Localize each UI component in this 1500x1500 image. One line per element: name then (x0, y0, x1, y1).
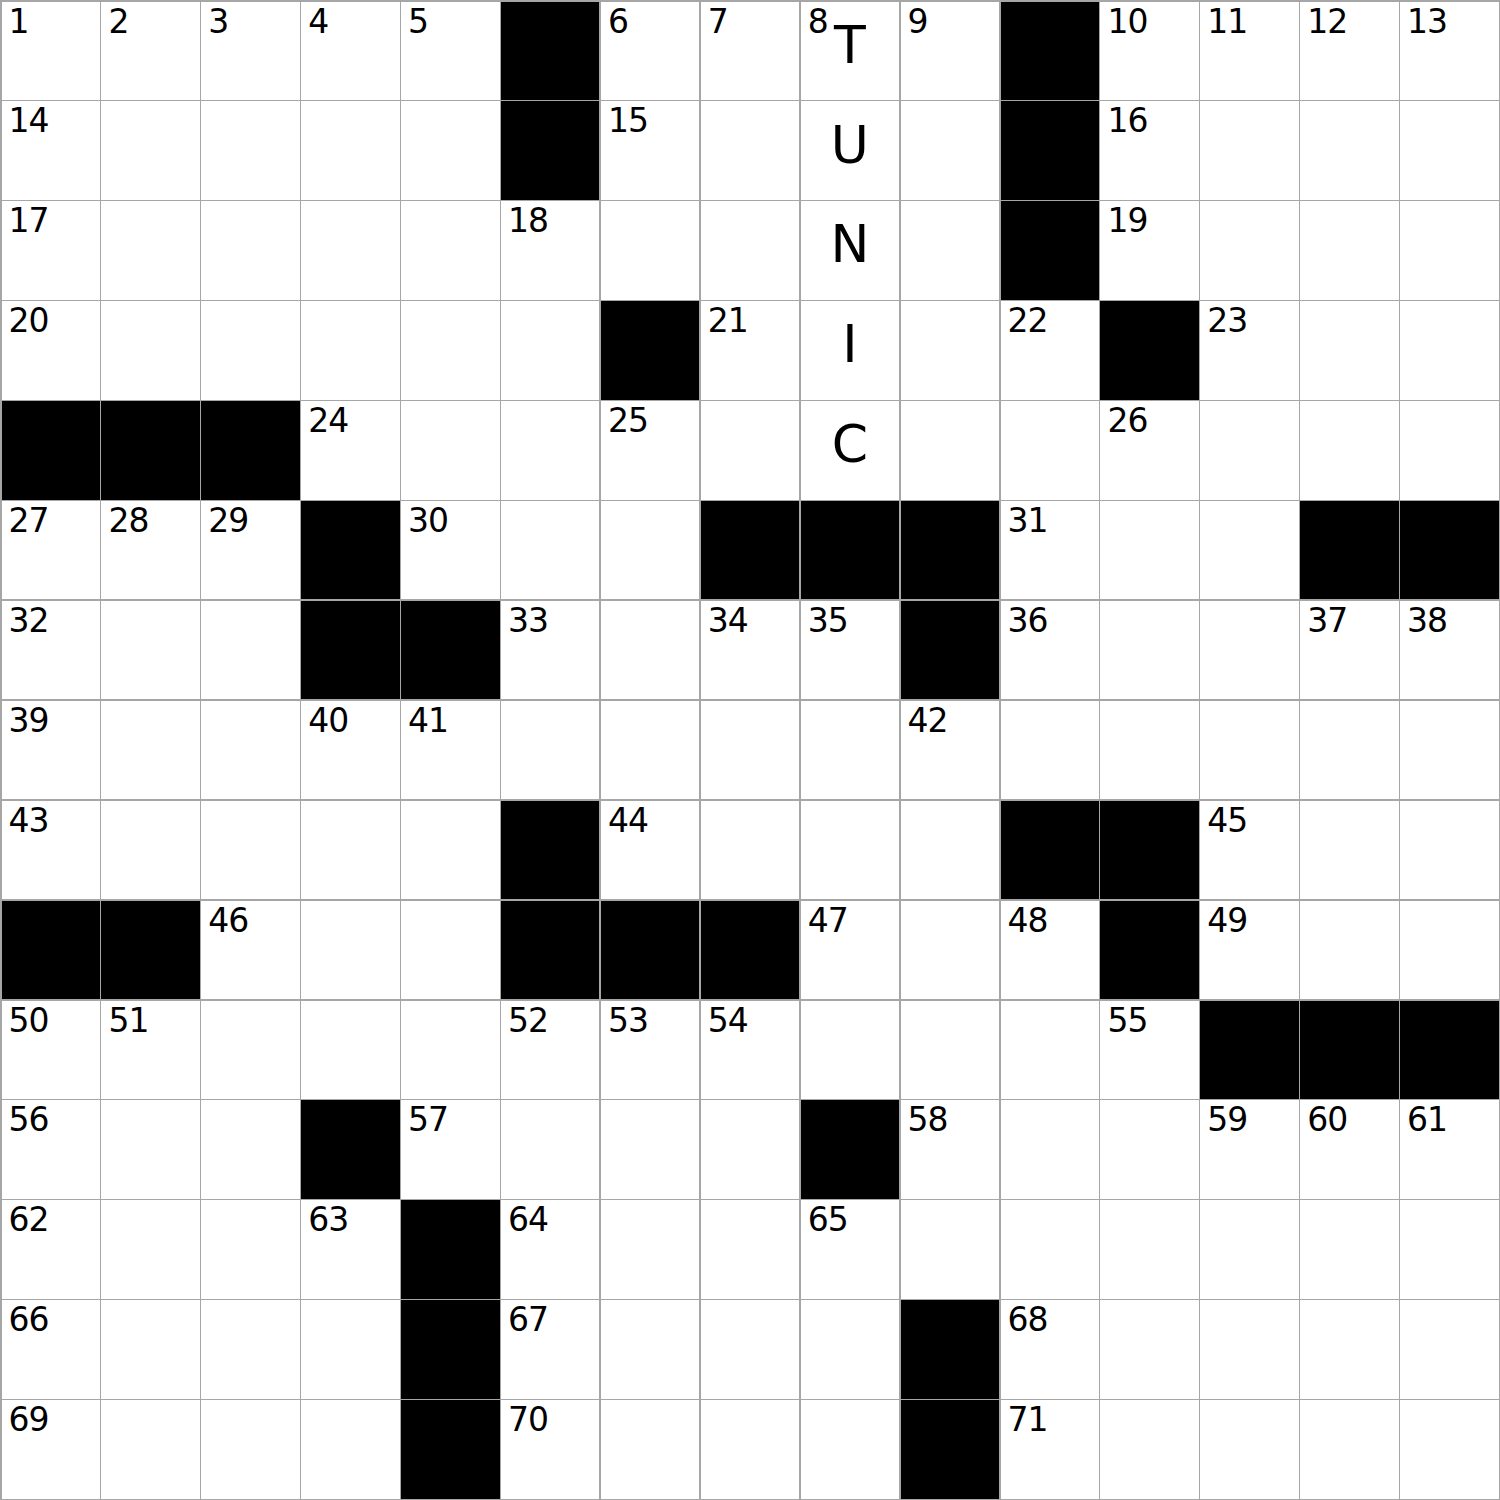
white-cell[interactable]: 36 (1001, 601, 1099, 699)
white-cell[interactable]: 41 (401, 701, 499, 799)
white-cell[interactable] (601, 201, 699, 299)
black-cell (501, 801, 599, 899)
white-cell[interactable] (1200, 401, 1298, 499)
white-cell[interactable] (401, 1001, 499, 1099)
white-cell[interactable]: 26 (1100, 401, 1198, 499)
clue-number: 37 (1307, 604, 1347, 637)
clue-number: 16 (1107, 104, 1147, 137)
clue-number: 62 (9, 1203, 49, 1236)
white-cell[interactable]: 12 (1300, 2, 1398, 100)
white-cell[interactable] (401, 101, 499, 199)
clue-number: 36 (1008, 604, 1048, 637)
clue-number: 52 (508, 1004, 548, 1037)
white-cell[interactable]: 70 (501, 1400, 599, 1498)
white-cell[interactable]: 63 (301, 1200, 399, 1298)
clue-number: 67 (508, 1303, 548, 1336)
white-cell[interactable]: 39 (2, 701, 100, 799)
black-cell (1001, 2, 1099, 100)
white-cell[interactable]: U (801, 101, 899, 199)
clue-number: 5 (408, 5, 428, 38)
white-cell[interactable]: 40 (301, 701, 399, 799)
white-cell[interactable] (701, 1400, 799, 1498)
clue-number: 58 (908, 1103, 948, 1136)
white-cell[interactable] (1200, 1400, 1298, 1498)
clue-number: 11 (1207, 5, 1247, 38)
white-cell[interactable]: 21 (701, 301, 799, 399)
black-cell (401, 601, 499, 699)
white-cell[interactable] (1300, 401, 1398, 499)
white-cell[interactable] (1400, 1200, 1498, 1298)
white-cell[interactable] (1200, 701, 1298, 799)
white-cell[interactable]: 52 (501, 1001, 599, 1099)
white-cell[interactable]: 20 (2, 301, 100, 399)
white-cell[interactable]: 68 (1001, 1300, 1099, 1398)
clue-number: 45 (1207, 804, 1247, 837)
white-cell[interactable]: 3 (201, 2, 299, 100)
white-cell[interactable] (1100, 1200, 1198, 1298)
white-cell[interactable] (101, 701, 199, 799)
white-cell[interactable]: 4 (301, 2, 399, 100)
black-cell (2, 901, 100, 999)
white-cell[interactable] (401, 301, 499, 399)
white-cell[interactable] (1400, 401, 1498, 499)
white-cell[interactable]: 33 (501, 601, 599, 699)
black-cell (401, 1200, 499, 1298)
white-cell[interactable]: 14 (2, 101, 100, 199)
black-cell (101, 401, 199, 499)
white-cell[interactable] (701, 101, 799, 199)
clue-number: 27 (9, 504, 49, 537)
black-cell (701, 501, 799, 599)
clue-number: 12 (1307, 5, 1347, 38)
white-cell[interactable]: 8T (801, 2, 899, 100)
white-cell[interactable] (701, 1300, 799, 1398)
white-cell[interactable]: 34 (701, 601, 799, 699)
white-cell[interactable] (1400, 1300, 1498, 1398)
black-cell (801, 1100, 899, 1198)
white-cell[interactable] (1300, 101, 1398, 199)
white-cell[interactable]: 60 (1300, 1100, 1398, 1198)
white-cell[interactable] (901, 301, 999, 399)
white-cell[interactable]: 31 (1001, 501, 1099, 599)
white-cell[interactable]: 66 (2, 1300, 100, 1398)
clue-number: 18 (508, 204, 548, 237)
white-cell[interactable]: 2 (101, 2, 199, 100)
white-cell[interactable] (501, 401, 599, 499)
white-cell[interactable]: 25 (601, 401, 699, 499)
white-cell[interactable]: I (801, 301, 899, 399)
white-cell[interactable] (401, 901, 499, 999)
white-cell[interactable] (1001, 1100, 1099, 1198)
white-cell[interactable] (901, 801, 999, 899)
white-cell[interactable] (1300, 1200, 1398, 1298)
white-cell[interactable] (901, 901, 999, 999)
white-cell[interactable] (1200, 201, 1298, 299)
black-cell (1001, 801, 1099, 899)
clue-number: 3 (208, 5, 228, 38)
white-cell[interactable] (701, 701, 799, 799)
white-cell[interactable]: 29 (201, 501, 299, 599)
white-cell[interactable] (301, 301, 399, 399)
white-cell[interactable] (301, 1300, 399, 1398)
cell-letter: C (801, 395, 899, 493)
white-cell[interactable] (701, 201, 799, 299)
black-cell (1100, 901, 1198, 999)
white-cell[interactable]: 30 (401, 501, 499, 599)
clue-number: 1 (9, 5, 29, 38)
clue-number: 69 (9, 1403, 49, 1436)
white-cell[interactable] (1100, 601, 1198, 699)
white-cell[interactable] (1400, 101, 1498, 199)
white-cell[interactable] (1400, 201, 1498, 299)
white-cell[interactable]: 64 (501, 1200, 599, 1298)
clue-number: 47 (808, 904, 848, 937)
white-cell[interactable] (301, 101, 399, 199)
white-cell[interactable]: 28 (101, 501, 199, 599)
clue-number: 7 (708, 5, 728, 38)
white-cell[interactable] (201, 701, 299, 799)
black-cell (1001, 101, 1099, 199)
white-cell[interactable]: 49 (1200, 901, 1298, 999)
white-cell[interactable] (401, 801, 499, 899)
white-cell[interactable]: 67 (501, 1300, 599, 1398)
white-cell[interactable] (901, 201, 999, 299)
black-cell (2, 401, 100, 499)
white-cell[interactable] (301, 1400, 399, 1498)
white-cell[interactable] (1300, 1300, 1398, 1398)
clue-number: 19 (1107, 204, 1147, 237)
clue-number: 25 (608, 404, 648, 437)
white-cell[interactable] (601, 1200, 699, 1298)
clue-number: 26 (1107, 404, 1147, 437)
white-cell[interactable] (701, 1100, 799, 1198)
white-cell[interactable] (201, 201, 299, 299)
clue-number: 57 (408, 1103, 448, 1136)
clue-number: 46 (208, 904, 248, 937)
white-cell[interactable] (601, 1300, 699, 1398)
white-cell[interactable]: 27 (2, 501, 100, 599)
white-cell[interactable] (501, 301, 599, 399)
white-cell[interactable] (201, 1400, 299, 1498)
white-cell[interactable]: 46 (201, 901, 299, 999)
white-cell[interactable] (1300, 701, 1398, 799)
clue-number: 61 (1407, 1103, 1447, 1136)
white-cell[interactable]: 51 (101, 1001, 199, 1099)
clue-number: 41 (408, 704, 448, 737)
clue-number: 68 (1008, 1303, 1048, 1336)
white-cell[interactable] (1400, 901, 1498, 999)
clue-number: 42 (908, 704, 948, 737)
clue-number: 55 (1107, 1004, 1147, 1037)
cell-letter: U (801, 95, 899, 193)
white-cell[interactable] (801, 1300, 899, 1398)
white-cell[interactable] (101, 601, 199, 699)
white-cell[interactable] (1100, 1300, 1198, 1398)
clue-number: 20 (9, 304, 49, 337)
white-cell[interactable] (901, 1200, 999, 1298)
clue-number: 4 (308, 5, 328, 38)
white-cell[interactable]: 50 (2, 1001, 100, 1099)
white-cell[interactable] (1100, 1400, 1198, 1498)
white-cell[interactable]: 18 (501, 201, 599, 299)
clue-number: 33 (508, 604, 548, 637)
black-cell (401, 1400, 499, 1498)
white-cell[interactable]: 13 (1400, 2, 1498, 100)
clue-number: 49 (1207, 904, 1247, 937)
black-cell (901, 501, 999, 599)
white-cell[interactable]: 53 (601, 1001, 699, 1099)
black-cell (1300, 501, 1398, 599)
white-cell[interactable] (1200, 601, 1298, 699)
clue-number: 29 (208, 504, 248, 537)
white-cell[interactable]: 55 (1100, 1001, 1198, 1099)
white-cell[interactable]: N (801, 201, 899, 299)
white-cell[interactable] (1300, 301, 1398, 399)
clue-number: 39 (9, 704, 49, 737)
white-cell[interactable]: 44 (601, 801, 699, 899)
white-cell[interactable] (1300, 201, 1398, 299)
white-cell[interactable]: 69 (2, 1400, 100, 1498)
white-cell[interactable] (1400, 701, 1498, 799)
clue-number: 17 (9, 204, 49, 237)
black-cell (201, 401, 299, 499)
white-cell[interactable]: 35 (801, 601, 899, 699)
white-cell[interactable]: 58 (901, 1100, 999, 1198)
white-cell[interactable]: 10 (1100, 2, 1198, 100)
black-cell (1400, 1001, 1498, 1099)
black-cell (601, 901, 699, 999)
white-cell[interactable] (901, 401, 999, 499)
clue-number: 14 (9, 104, 49, 137)
white-cell[interactable] (1400, 301, 1498, 399)
cell-letter: I (801, 295, 899, 393)
black-cell (801, 501, 899, 599)
white-cell[interactable] (1100, 501, 1198, 599)
black-cell (1100, 301, 1198, 399)
white-cell[interactable]: 48 (1001, 901, 1099, 999)
clue-number: 22 (1008, 304, 1048, 337)
white-cell[interactable]: 43 (2, 801, 100, 899)
clue-number: 10 (1107, 5, 1147, 38)
clue-number: 63 (308, 1203, 348, 1236)
white-cell[interactable]: 42 (901, 701, 999, 799)
white-cell[interactable] (1200, 1300, 1298, 1398)
white-cell[interactable] (101, 301, 199, 399)
white-cell[interactable] (701, 1200, 799, 1298)
clue-number: 53 (608, 1004, 648, 1037)
clue-number: 70 (508, 1403, 548, 1436)
white-cell[interactable] (101, 1100, 199, 1198)
white-cell[interactable] (501, 1100, 599, 1198)
black-cell (301, 601, 399, 699)
clue-number: 34 (708, 604, 748, 637)
white-cell[interactable] (901, 101, 999, 199)
black-cell (301, 501, 399, 599)
clue-number: 9 (908, 5, 928, 38)
white-cell[interactable] (1001, 1001, 1099, 1099)
white-cell[interactable]: 47 (801, 901, 899, 999)
white-cell[interactable]: 16 (1100, 101, 1198, 199)
white-cell[interactable]: 32 (2, 601, 100, 699)
clue-number: 35 (808, 604, 848, 637)
white-cell[interactable] (801, 701, 899, 799)
black-cell (901, 1300, 999, 1398)
clue-number: 71 (1008, 1403, 1048, 1436)
white-cell[interactable]: 61 (1400, 1100, 1498, 1198)
clue-number: 65 (808, 1203, 848, 1236)
black-cell (101, 901, 199, 999)
white-cell[interactable]: 15 (601, 101, 699, 199)
black-cell (601, 301, 699, 399)
white-cell[interactable] (501, 501, 599, 599)
white-cell[interactable]: C (801, 401, 899, 499)
white-cell[interactable] (1200, 1200, 1298, 1298)
black-cell (501, 2, 599, 100)
white-cell[interactable]: 37 (1300, 601, 1398, 699)
white-cell[interactable] (201, 101, 299, 199)
crossword-grid: 12345678T9101112131415U161718N192021I222… (0, 0, 1500, 1500)
black-cell (1100, 801, 1198, 899)
white-cell[interactable] (701, 801, 799, 899)
white-cell[interactable]: 45 (1200, 801, 1298, 899)
clue-number: 30 (408, 504, 448, 537)
white-cell[interactable] (1001, 1200, 1099, 1298)
clue-number: 50 (9, 1004, 49, 1037)
white-cell[interactable] (401, 401, 499, 499)
white-cell[interactable] (201, 301, 299, 399)
clue-number: 40 (308, 704, 348, 737)
white-cell[interactable]: 23 (1200, 301, 1298, 399)
white-cell[interactable]: 57 (401, 1100, 499, 1198)
clue-number: 43 (9, 804, 49, 837)
clue-number: 6 (608, 5, 628, 38)
white-cell[interactable] (201, 1001, 299, 1099)
black-cell (701, 901, 799, 999)
clue-number: 2 (108, 5, 128, 38)
clue-number: 66 (9, 1303, 49, 1336)
white-cell[interactable] (301, 901, 399, 999)
white-cell[interactable]: 59 (1200, 1100, 1298, 1198)
white-cell[interactable] (1400, 801, 1498, 899)
white-cell[interactable]: 24 (301, 401, 399, 499)
black-cell (501, 901, 599, 999)
white-cell[interactable] (201, 1100, 299, 1198)
black-cell (1001, 201, 1099, 299)
white-cell[interactable] (1001, 401, 1099, 499)
clue-number: 64 (508, 1203, 548, 1236)
white-cell[interactable] (1100, 701, 1198, 799)
clue-number: 13 (1407, 5, 1447, 38)
white-cell[interactable] (1400, 1400, 1498, 1498)
white-cell[interactable] (601, 701, 699, 799)
black-cell (1400, 501, 1498, 599)
white-cell[interactable]: 17 (2, 201, 100, 299)
white-cell[interactable] (301, 1001, 399, 1099)
white-cell[interactable] (201, 801, 299, 899)
white-cell[interactable] (1300, 801, 1398, 899)
black-cell (901, 601, 999, 699)
clue-number: 56 (9, 1103, 49, 1136)
black-cell (1200, 1001, 1298, 1099)
white-cell[interactable]: 6 (601, 2, 699, 100)
white-cell[interactable] (1100, 1100, 1198, 1198)
white-cell[interactable]: 71 (1001, 1400, 1099, 1498)
clue-number: 44 (608, 804, 648, 837)
black-cell (901, 1400, 999, 1498)
clue-number: 38 (1407, 604, 1447, 637)
black-cell (301, 1100, 399, 1198)
white-cell[interactable] (101, 801, 199, 899)
white-cell[interactable] (1001, 701, 1099, 799)
white-cell[interactable] (1300, 1400, 1398, 1498)
cell-letter: N (801, 195, 899, 293)
clue-number: 51 (108, 1004, 148, 1037)
white-cell[interactable]: 5 (401, 2, 499, 100)
white-cell[interactable]: 56 (2, 1100, 100, 1198)
black-cell (501, 101, 599, 199)
white-cell[interactable] (101, 1300, 199, 1398)
clue-number: 21 (708, 304, 748, 337)
white-cell[interactable]: 62 (2, 1200, 100, 1298)
white-cell[interactable]: 22 (1001, 301, 1099, 399)
white-cell[interactable] (501, 701, 599, 799)
clue-number: 31 (1008, 504, 1048, 537)
white-cell[interactable]: 1 (2, 2, 100, 100)
white-cell[interactable] (801, 1001, 899, 1099)
white-cell[interactable] (301, 201, 399, 299)
white-cell[interactable]: 11 (1200, 2, 1298, 100)
white-cell[interactable] (301, 801, 399, 899)
white-cell[interactable] (201, 1200, 299, 1298)
white-cell[interactable] (201, 601, 299, 699)
white-cell[interactable] (1200, 501, 1298, 599)
white-cell[interactable] (901, 1001, 999, 1099)
clue-number: 32 (9, 604, 49, 637)
white-cell[interactable] (801, 801, 899, 899)
black-cell (401, 1300, 499, 1398)
white-cell[interactable] (101, 1200, 199, 1298)
white-cell[interactable] (101, 1400, 199, 1498)
white-cell[interactable] (201, 1300, 299, 1398)
white-cell[interactable] (601, 1100, 699, 1198)
white-cell[interactable]: 19 (1100, 201, 1198, 299)
white-cell[interactable] (601, 501, 699, 599)
clue-number: 59 (1207, 1103, 1247, 1136)
clue-number: 54 (708, 1004, 748, 1037)
black-cell (1300, 1001, 1398, 1099)
white-cell[interactable] (101, 101, 199, 199)
white-cell[interactable]: 7 (701, 2, 799, 100)
white-cell[interactable] (401, 201, 499, 299)
white-cell[interactable] (701, 401, 799, 499)
white-cell[interactable]: 54 (701, 1001, 799, 1099)
white-cell[interactable] (601, 601, 699, 699)
white-cell[interactable]: 65 (801, 1200, 899, 1298)
clue-number: 15 (608, 104, 648, 137)
white-cell[interactable] (1300, 901, 1398, 999)
white-cell[interactable] (601, 1400, 699, 1498)
white-cell[interactable]: 38 (1400, 601, 1498, 699)
white-cell[interactable]: 9 (901, 2, 999, 100)
clue-number: 60 (1307, 1103, 1347, 1136)
white-cell[interactable] (101, 201, 199, 299)
clue-number: 23 (1207, 304, 1247, 337)
white-cell[interactable] (1200, 101, 1298, 199)
clue-number: 24 (308, 404, 348, 437)
white-cell[interactable] (801, 1400, 899, 1498)
cell-letter: T (801, 0, 899, 94)
clue-number: 28 (108, 504, 148, 537)
